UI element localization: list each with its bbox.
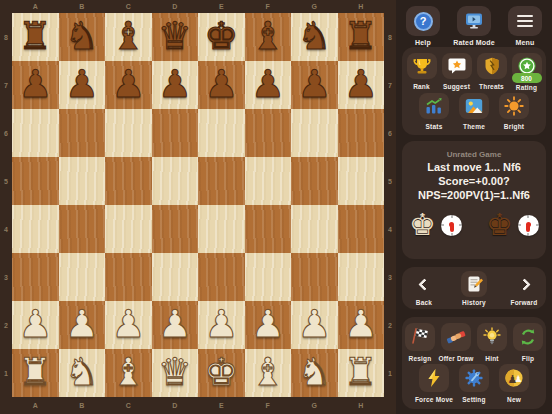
- square-e8[interactable]: ♚: [198, 13, 245, 61]
- bright-button[interactable]: Bright: [497, 93, 531, 130]
- piece-white-knight[interactable]: ♞: [65, 353, 99, 391]
- square-b1[interactable]: ♞: [59, 349, 106, 397]
- file-label: E: [198, 397, 245, 414]
- shield-icon: [482, 56, 502, 76]
- square-a8[interactable]: ♜: [12, 13, 59, 61]
- stats-button[interactable]: Stats: [417, 93, 451, 130]
- rank-label: 6: [384, 109, 396, 157]
- square-f1[interactable]: ♝: [245, 349, 292, 397]
- nav-panel: Back: [402, 267, 546, 309]
- nps-line: NPS=200PV(1)=1..Nf6: [402, 189, 546, 201]
- coin-pieces-icon: ♟ ♟: [504, 368, 524, 388]
- square-d8[interactable]: ♛: [152, 13, 199, 61]
- square-e7[interactable]: ♟: [198, 61, 245, 109]
- square-e6[interactable]: [198, 109, 245, 157]
- piece-white-pawn[interactable]: ♟: [65, 305, 99, 343]
- menu-button[interactable]: Menu: [508, 6, 542, 47]
- setting-button[interactable]: Setting: [457, 364, 491, 403]
- file-label: H: [338, 397, 385, 414]
- piece-black-rook[interactable]: ♜: [18, 17, 52, 55]
- rank-labels-left: 87654321: [0, 13, 12, 397]
- hamburger-icon: [517, 15, 533, 28]
- white-player: ♚: [409, 210, 462, 240]
- rating-badge: 800: [512, 73, 542, 83]
- file-label: D: [152, 397, 199, 414]
- rank-label: 5: [384, 157, 396, 205]
- file-label: A: [12, 0, 59, 13]
- square-h3[interactable]: [338, 253, 385, 301]
- rank-label: 2: [384, 301, 396, 349]
- square-a6[interactable]: [12, 109, 59, 157]
- square-f3[interactable]: [245, 253, 292, 301]
- back-button[interactable]: Back: [406, 271, 442, 309]
- piece-black-rook[interactable]: ♜: [344, 17, 378, 55]
- question-icon: ?: [414, 12, 433, 31]
- square-c7[interactable]: ♟: [105, 61, 152, 109]
- square-e4[interactable]: [198, 205, 245, 253]
- file-label: C: [105, 0, 152, 13]
- file-label: F: [245, 0, 292, 13]
- square-d1[interactable]: ♛: [152, 349, 199, 397]
- square-g6[interactable]: [291, 109, 338, 157]
- square-h6[interactable]: [338, 109, 385, 157]
- handshake-icon: [446, 327, 466, 347]
- square-e1[interactable]: ♚: [198, 349, 245, 397]
- file-label: G: [291, 397, 338, 414]
- piece-black-bishop[interactable]: ♝: [251, 17, 285, 55]
- svg-text:♟: ♟: [514, 374, 522, 384]
- file-labels-top: ABCDEFGH: [12, 0, 384, 13]
- help-button[interactable]: ? Help: [406, 6, 440, 47]
- rank-label: 3: [384, 253, 396, 301]
- piece-black-knight[interactable]: ♞: [65, 17, 99, 55]
- square-h4[interactable]: [338, 205, 385, 253]
- rank-label: 8: [384, 13, 396, 61]
- square-c8[interactable]: ♝: [105, 13, 152, 61]
- stopwatch-icon: [518, 215, 539, 236]
- lightning-icon: [424, 368, 444, 388]
- piece-white-bishop[interactable]: ♝: [111, 353, 145, 391]
- rated-mode-label: Rated Mode: [453, 39, 495, 46]
- square-h2[interactable]: ♟: [338, 301, 385, 349]
- menu-label: Menu: [515, 39, 534, 46]
- square-a1[interactable]: ♜: [12, 349, 59, 397]
- square-h1[interactable]: ♜: [338, 349, 385, 397]
- rank-label: 2: [0, 301, 12, 349]
- square-b8[interactable]: ♞: [59, 13, 106, 61]
- rank-label: 1: [384, 349, 396, 397]
- file-label: F: [245, 397, 292, 414]
- rank-label: 8: [0, 13, 12, 61]
- piece-black-pawn[interactable]: ♟: [344, 65, 378, 103]
- scroll-pencil-icon: [464, 274, 484, 294]
- square-b5[interactable]: [59, 157, 106, 205]
- square-f7[interactable]: ♟: [245, 61, 292, 109]
- square-h7[interactable]: ♟: [338, 61, 385, 109]
- rank-labels-right: 87654321: [384, 13, 396, 397]
- square-d7[interactable]: ♟: [152, 61, 199, 109]
- bar-chart-icon: [424, 96, 444, 116]
- piece-white-pawn[interactable]: ♟: [158, 305, 192, 343]
- piece-white-pawn[interactable]: ♟: [297, 305, 331, 343]
- rating-button[interactable]: 800 Rating: [510, 53, 544, 91]
- square-c3[interactable]: [105, 253, 152, 301]
- square-c5[interactable]: [105, 157, 152, 205]
- piece-white-pawn[interactable]: ♟: [111, 305, 145, 343]
- black-player: ♚: [486, 210, 539, 240]
- file-labels-bottom: ABCDEFGH: [12, 397, 384, 414]
- sidebar: ? Help Rated Mode: [396, 0, 552, 414]
- square-c1[interactable]: ♝: [105, 349, 152, 397]
- square-g2[interactable]: ♟: [291, 301, 338, 349]
- square-b4[interactable]: [59, 205, 106, 253]
- sun-icon: [504, 96, 524, 116]
- square-g5[interactable]: [291, 157, 338, 205]
- trophy-icon: [412, 56, 432, 76]
- suggest-button[interactable]: Suggest: [440, 53, 474, 91]
- actions-panel: Resign: [402, 317, 546, 409]
- hint-button[interactable]: Hint: [475, 323, 509, 362]
- rank-label: 1: [0, 349, 12, 397]
- square-f4[interactable]: [245, 205, 292, 253]
- offer-draw-button[interactable]: Offer Draw: [439, 323, 473, 362]
- rank-label: 4: [0, 205, 12, 253]
- square-a4[interactable]: [12, 205, 59, 253]
- tools-panel: Rank Suggest: [402, 47, 546, 135]
- help-label: Help: [415, 39, 431, 46]
- piece-black-king[interactable]: ♚: [204, 17, 238, 55]
- chevron-left-icon: [418, 278, 431, 291]
- top-button-row: ? Help Rated Mode: [402, 0, 546, 47]
- rank-label: 7: [384, 61, 396, 109]
- square-c2[interactable]: ♟: [105, 301, 152, 349]
- piece-white-pawn[interactable]: ♟: [204, 305, 238, 343]
- stopwatch-icon: [441, 215, 462, 236]
- piece-white-pawn[interactable]: ♟: [344, 305, 378, 343]
- piece-white-bishop[interactable]: ♝: [251, 353, 285, 391]
- forward-button[interactable]: Forward: [506, 271, 542, 309]
- square-a7[interactable]: ♟: [12, 61, 59, 109]
- square-c6[interactable]: [105, 109, 152, 157]
- square-f2[interactable]: ♟: [245, 301, 292, 349]
- square-c4[interactable]: [105, 205, 152, 253]
- piece-black-pawn[interactable]: ♟: [251, 65, 285, 103]
- theme-button[interactable]: Theme: [457, 93, 491, 130]
- file-label: B: [59, 397, 106, 414]
- rank-label: 5: [0, 157, 12, 205]
- rated-mode-button[interactable]: Rated Mode: [453, 6, 495, 47]
- speech-star-icon: [447, 56, 467, 76]
- piece-black-pawn[interactable]: ♟: [111, 65, 145, 103]
- last-move-line: Last move 1... Nf6: [402, 161, 546, 173]
- square-g7[interactable]: ♟: [291, 61, 338, 109]
- game-type-label: Unrated Game: [402, 150, 546, 159]
- square-d6[interactable]: [152, 109, 199, 157]
- square-f5[interactable]: [245, 157, 292, 205]
- board-grid[interactable]: ♜♞♝♛♚♝♞♜♟♟♟♟♟♟♟♟♟♟♟♟♟♟♟♟♜♞♝♛♚♝♞♜: [12, 13, 384, 397]
- resign-button[interactable]: Resign: [403, 323, 437, 362]
- rank-label: 4: [384, 205, 396, 253]
- piece-black-pawn[interactable]: ♟: [18, 65, 52, 103]
- file-label: A: [12, 397, 59, 414]
- rank-button[interactable]: Rank: [405, 53, 439, 91]
- square-a5[interactable]: [12, 157, 59, 205]
- piece-black-bishop[interactable]: ♝: [111, 17, 145, 55]
- flip-button[interactable]: Flip: [511, 323, 545, 362]
- history-button[interactable]: History: [456, 271, 492, 309]
- players-row: ♚ ♚: [402, 210, 546, 240]
- square-b7[interactable]: ♟: [59, 61, 106, 109]
- rank-label: 7: [0, 61, 12, 109]
- file-label: E: [198, 0, 245, 13]
- square-a3[interactable]: [12, 253, 59, 301]
- file-label: G: [291, 0, 338, 13]
- threats-button[interactable]: Threats: [475, 53, 509, 91]
- square-d3[interactable]: [152, 253, 199, 301]
- file-label: H: [338, 0, 385, 13]
- square-f6[interactable]: [245, 109, 292, 157]
- square-g8[interactable]: ♞: [291, 13, 338, 61]
- square-b3[interactable]: [59, 253, 106, 301]
- piece-white-king[interactable]: ♚: [204, 353, 238, 391]
- piece-white-pawn[interactable]: ♟: [18, 305, 52, 343]
- piece-white-pawn[interactable]: ♟: [251, 305, 285, 343]
- black-king-icon: ♚: [486, 210, 513, 240]
- chevron-right-icon: [518, 278, 531, 291]
- piece-black-pawn[interactable]: ♟: [204, 65, 238, 103]
- score-line: Score=+0.00?: [402, 175, 546, 187]
- square-d4[interactable]: [152, 205, 199, 253]
- square-d5[interactable]: [152, 157, 199, 205]
- square-h5[interactable]: [338, 157, 385, 205]
- checkered-flag-icon: [410, 327, 430, 347]
- chess-app: ABCDEFGH ABCDEFGH 87654321 87654321 ♜♞♝♛…: [0, 0, 552, 414]
- square-d2[interactable]: ♟: [152, 301, 199, 349]
- status-panel: Unrated Game Last move 1... Nf6 Score=+0…: [402, 141, 546, 259]
- recycle-icon: [518, 327, 538, 347]
- square-g4[interactable]: [291, 205, 338, 253]
- file-label: B: [59, 0, 106, 13]
- rank-label: 3: [0, 253, 12, 301]
- square-e3[interactable]: [198, 253, 245, 301]
- piece-white-rook[interactable]: ♜: [344, 353, 378, 391]
- gear-wrench-icon: [464, 368, 484, 388]
- square-e5[interactable]: [198, 157, 245, 205]
- file-label: C: [105, 397, 152, 414]
- square-b2[interactable]: ♟: [59, 301, 106, 349]
- square-e2[interactable]: ♟: [198, 301, 245, 349]
- white-king-icon: ♚: [409, 210, 436, 240]
- square-g3[interactable]: [291, 253, 338, 301]
- picture-icon: [464, 96, 484, 116]
- square-f8[interactable]: ♝: [245, 13, 292, 61]
- piece-black-pawn[interactable]: ♟: [158, 65, 192, 103]
- square-b6[interactable]: [59, 109, 106, 157]
- piece-black-knight[interactable]: ♞: [297, 17, 331, 55]
- rank-label: 6: [0, 109, 12, 157]
- piece-white-queen[interactable]: ♛: [158, 353, 192, 391]
- bulb-icon: [482, 327, 502, 347]
- piece-black-pawn[interactable]: ♟: [297, 65, 331, 103]
- piece-black-queen[interactable]: ♛: [158, 17, 192, 55]
- file-label: D: [152, 0, 199, 13]
- square-g1[interactable]: ♞: [291, 349, 338, 397]
- chess-board: ABCDEFGH ABCDEFGH 87654321 87654321 ♜♞♝♛…: [0, 0, 396, 414]
- piece-black-pawn[interactable]: ♟: [65, 65, 99, 103]
- piece-white-rook[interactable]: ♜: [18, 353, 52, 391]
- new-button[interactable]: ♟ ♟ New: [497, 364, 531, 403]
- monitor-icon: [464, 11, 484, 31]
- force-move-button[interactable]: Force Move: [417, 364, 451, 403]
- square-h8[interactable]: ♜: [338, 13, 385, 61]
- piece-white-knight[interactable]: ♞: [297, 353, 331, 391]
- square-a2[interactable]: ♟: [12, 301, 59, 349]
